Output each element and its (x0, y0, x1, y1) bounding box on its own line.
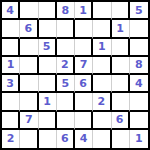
cell-r8c7[interactable] (112, 130, 130, 148)
cell-r4c2[interactable] (20, 57, 38, 75)
given-digit: 1 (43, 94, 51, 107)
cell-r8c6[interactable] (93, 130, 111, 148)
given-digit: 1 (79, 3, 87, 16)
cell-r5c5: 6 (75, 75, 93, 93)
cell-r5c1: 3 (2, 75, 20, 93)
cell-r8c5: 4 (75, 130, 93, 148)
cell-r8c2[interactable] (20, 130, 38, 148)
given-digit: 3 (6, 76, 14, 89)
cell-r4c3[interactable] (39, 57, 57, 75)
cell-r3c1[interactable] (2, 39, 20, 57)
cell-r5c3[interactable] (39, 75, 57, 93)
cell-r4c8: 8 (130, 57, 148, 75)
cell-r6c4[interactable] (57, 93, 75, 111)
cell-r8c4: 6 (57, 130, 75, 148)
cell-r2c2: 6 (20, 20, 38, 38)
given-digit: 4 (6, 3, 14, 16)
cell-r2c4[interactable] (57, 20, 75, 38)
cell-r5c4: 5 (57, 75, 75, 93)
cell-r4c6[interactable] (93, 57, 111, 75)
cell-r6c7[interactable] (112, 93, 130, 111)
given-digit: 4 (135, 76, 143, 89)
cell-r1c8: 5 (130, 2, 148, 20)
given-digit: 5 (135, 3, 143, 16)
cell-r3c7[interactable] (112, 39, 130, 57)
cell-r4c5: 7 (75, 57, 93, 75)
cell-r7c7: 6 (112, 112, 130, 130)
cell-r8c1: 2 (2, 130, 20, 148)
cell-r3c8[interactable] (130, 39, 148, 57)
cell-r7c5[interactable] (75, 112, 93, 130)
cell-r2c6[interactable] (93, 20, 111, 38)
cell-r7c2: 7 (20, 112, 38, 130)
cell-r4c7[interactable] (112, 57, 130, 75)
cell-r1c3[interactable] (39, 2, 57, 20)
given-digit: 6 (79, 76, 87, 89)
cell-r6c3: 1 (39, 93, 57, 111)
cell-r1c5: 1 (75, 2, 93, 20)
cell-r1c2[interactable] (20, 2, 38, 20)
given-digit: 8 (135, 58, 143, 71)
cell-r3c5[interactable] (75, 39, 93, 57)
cell-r1c7[interactable] (112, 2, 130, 20)
cell-r2c3[interactable] (39, 20, 57, 38)
cell-r5c6[interactable] (93, 75, 111, 93)
given-digit: 6 (25, 21, 33, 34)
cell-r8c3[interactable] (39, 130, 57, 148)
given-digit: 5 (43, 40, 51, 53)
given-digit: 5 (62, 76, 70, 89)
cell-r3c4[interactable] (57, 39, 75, 57)
cell-r8c8: 1 (130, 130, 148, 148)
cell-r3c3: 5 (39, 39, 57, 57)
given-digit: 1 (98, 40, 106, 53)
cell-r2c1[interactable] (2, 20, 20, 38)
cell-r7c6[interactable] (93, 112, 111, 130)
cell-r5c7[interactable] (112, 75, 130, 93)
given-digit: 1 (116, 21, 124, 34)
cell-r6c5[interactable] (75, 93, 93, 111)
given-digit: 8 (62, 3, 70, 16)
cell-r4c1: 1 (2, 57, 20, 75)
cell-r2c8[interactable] (130, 20, 148, 38)
cell-r3c6: 1 (93, 39, 111, 57)
cell-r7c1[interactable] (2, 112, 20, 130)
cell-r6c2[interactable] (20, 93, 38, 111)
cell-r6c8[interactable] (130, 93, 148, 111)
cell-r5c2[interactable] (20, 75, 38, 93)
given-digit: 4 (80, 132, 88, 145)
cell-r1c6[interactable] (93, 2, 111, 20)
cell-r2c5[interactable] (75, 20, 93, 38)
given-digit: 7 (25, 113, 33, 126)
given-digit: 1 (7, 58, 15, 71)
cell-r6c6: 2 (93, 93, 111, 111)
cell-r6c1[interactable] (2, 93, 20, 111)
given-digit: 6 (61, 132, 69, 145)
cell-r1c4: 8 (57, 2, 75, 20)
cell-r7c3[interactable] (39, 112, 57, 130)
cell-r3c2[interactable] (20, 39, 38, 57)
cell-r2c7: 1 (112, 20, 130, 38)
cell-r1c1: 4 (2, 2, 20, 20)
cell-r5c8: 4 (130, 75, 148, 93)
given-digit: 7 (80, 58, 88, 71)
given-digit: 2 (98, 94, 106, 107)
given-digit: 6 (116, 113, 124, 126)
given-digit: 2 (7, 132, 15, 145)
given-digit: 1 (135, 132, 143, 145)
cell-r7c4[interactable] (57, 112, 75, 130)
bricks-board: 481561511278356412762641 (0, 0, 150, 150)
given-digit: 2 (61, 58, 69, 71)
cell-r7c8[interactable] (130, 112, 148, 130)
cell-r4c4: 2 (57, 57, 75, 75)
